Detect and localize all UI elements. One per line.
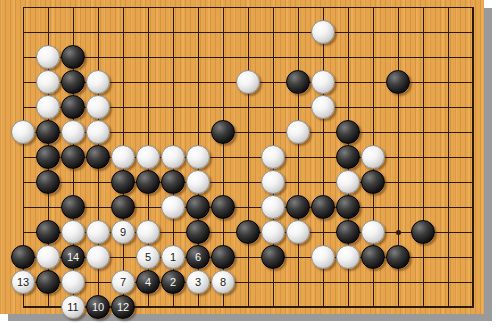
black-stone	[136, 170, 160, 194]
white-stone-move-9: 9	[111, 220, 135, 244]
black-stone	[286, 70, 310, 94]
white-stone	[361, 145, 385, 169]
white-stone-move-13: 13	[11, 270, 35, 294]
move-number-label: 3	[195, 277, 201, 288]
black-stone	[61, 95, 85, 119]
black-stone	[186, 220, 210, 244]
white-stone	[361, 220, 385, 244]
white-stone	[36, 70, 60, 94]
white-stone	[86, 120, 110, 144]
white-stone	[336, 170, 360, 194]
white-stone	[286, 120, 310, 144]
white-stone-move-1: 1	[161, 245, 185, 269]
black-stone	[61, 45, 85, 69]
white-stone	[186, 145, 210, 169]
white-stone	[336, 245, 360, 269]
black-stone	[386, 245, 410, 269]
star-point	[396, 230, 401, 235]
black-stone	[211, 195, 235, 219]
move-number-label: 9	[120, 227, 126, 238]
move-number-label: 8	[220, 277, 226, 288]
black-stone	[336, 195, 360, 219]
black-stone	[86, 145, 110, 169]
white-stone	[161, 145, 185, 169]
white-stone	[261, 195, 285, 219]
black-stone	[361, 245, 385, 269]
white-stone	[86, 245, 110, 269]
move-number-label: 1	[170, 252, 176, 263]
black-stone	[311, 195, 335, 219]
move-number-label: 4	[145, 277, 151, 288]
white-stone-move-3: 3	[186, 270, 210, 294]
white-stone	[261, 220, 285, 244]
black-stone	[211, 245, 235, 269]
move-number-label: 10	[92, 302, 104, 313]
black-stone-move-10: 10	[86, 295, 110, 319]
move-number-label: 2	[170, 277, 176, 288]
move-number-label: 5	[145, 252, 151, 263]
move-number-label: 7	[120, 277, 126, 288]
black-stone-move-4: 4	[136, 270, 160, 294]
black-stone	[61, 145, 85, 169]
go-diagram-screenshot: 9145161374238111012	[0, 0, 500, 335]
white-stone-move-7: 7	[111, 270, 135, 294]
move-number-label: 14	[67, 252, 79, 263]
black-stone	[61, 195, 85, 219]
white-stone	[136, 145, 160, 169]
black-stone-move-12: 12	[111, 295, 135, 319]
white-stone	[11, 120, 35, 144]
white-stone	[86, 95, 110, 119]
black-stone	[361, 170, 385, 194]
white-stone	[136, 220, 160, 244]
black-stone	[411, 220, 435, 244]
go-board[interactable]: 9145161374238111012	[0, 0, 484, 314]
black-stone	[261, 245, 285, 269]
white-stone	[61, 220, 85, 244]
white-stone	[86, 220, 110, 244]
black-stone	[36, 120, 60, 144]
black-stone-move-6: 6	[186, 245, 210, 269]
white-stone	[36, 245, 60, 269]
white-stone	[86, 70, 110, 94]
white-stone	[186, 170, 210, 194]
move-number-label: 6	[195, 252, 201, 263]
white-stone	[61, 120, 85, 144]
black-stone	[186, 195, 210, 219]
move-number-label: 13	[17, 277, 29, 288]
white-stone	[111, 145, 135, 169]
black-stone-move-2: 2	[161, 270, 185, 294]
white-stone	[36, 45, 60, 69]
black-stone	[336, 120, 360, 144]
black-stone	[211, 120, 235, 144]
black-stone	[286, 195, 310, 219]
black-stone	[386, 70, 410, 94]
black-stone	[11, 245, 35, 269]
board-edge-right	[472, 7, 474, 308]
black-stone-move-14: 14	[61, 245, 85, 269]
black-stone	[161, 170, 185, 194]
move-number-label: 11	[67, 302, 78, 313]
black-stone	[236, 220, 260, 244]
white-stone	[311, 70, 335, 94]
white-stone-move-5: 5	[136, 245, 160, 269]
white-stone	[286, 220, 310, 244]
white-stone	[311, 20, 335, 44]
white-stone	[61, 270, 85, 294]
black-stone	[111, 195, 135, 219]
white-stone	[311, 245, 335, 269]
black-stone	[336, 145, 360, 169]
move-number-label: 12	[117, 302, 129, 313]
white-stone	[261, 170, 285, 194]
black-stone	[36, 170, 60, 194]
white-stone	[236, 70, 260, 94]
white-stone	[161, 195, 185, 219]
white-stone-move-11: 11	[61, 295, 85, 319]
white-stone	[261, 145, 285, 169]
black-stone	[36, 220, 60, 244]
white-stone	[311, 95, 335, 119]
black-stone	[61, 70, 85, 94]
black-stone	[36, 270, 60, 294]
white-stone-move-8: 8	[211, 270, 235, 294]
black-stone	[336, 220, 360, 244]
black-stone	[36, 145, 60, 169]
black-stone	[111, 170, 135, 194]
white-stone	[36, 95, 60, 119]
